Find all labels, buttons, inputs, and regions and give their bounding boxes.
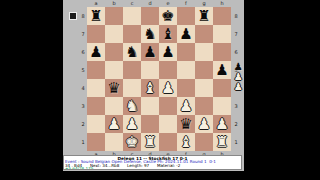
square-e8[interactable]: ♚ xyxy=(159,7,177,25)
square-h2[interactable]: ♟ xyxy=(213,115,231,133)
piece-white-pawn[interactable]: ♟ xyxy=(179,97,192,115)
file-label: a xyxy=(87,0,105,7)
square-b2[interactable]: ♟ xyxy=(105,115,123,133)
square-d8[interactable] xyxy=(141,7,159,25)
square-d1[interactable]: ♜ xyxy=(141,133,159,151)
rank-label: 3 xyxy=(232,97,240,115)
piece-white-king[interactable]: ♚ xyxy=(125,133,138,151)
square-e1[interactable] xyxy=(159,133,177,151)
square-a2[interactable] xyxy=(87,115,105,133)
square-b1[interactable] xyxy=(105,133,123,151)
square-a8[interactable]: ♜ xyxy=(87,7,105,25)
file-label: h xyxy=(213,0,231,7)
piece-black-pawn[interactable]: ♟ xyxy=(161,43,174,61)
square-c2[interactable]: ♟ xyxy=(123,115,141,133)
rank-label: 6 xyxy=(232,43,240,61)
piece-black-knight[interactable]: ♞ xyxy=(143,25,156,43)
chess-board: ♜♚♜♞♝♟♟♞♟♟♟♛♝♟♞♟♟♟♛♟♟♚♜♝♜ xyxy=(87,7,231,151)
piece-black-bishop[interactable]: ♝ xyxy=(161,25,174,43)
captured-pieces-tray: ♟♟♟ xyxy=(233,62,244,92)
square-g1[interactable] xyxy=(195,133,213,151)
square-b3[interactable] xyxy=(105,97,123,115)
square-f8[interactable] xyxy=(177,7,195,25)
square-c3[interactable]: ♞ xyxy=(123,97,141,115)
rank-label: 1 xyxy=(79,133,87,151)
piece-black-rook[interactable]: ♜ xyxy=(89,7,102,25)
square-h4[interactable] xyxy=(213,79,231,97)
square-g8[interactable]: ♜ xyxy=(195,7,213,25)
square-d7[interactable]: ♞ xyxy=(141,25,159,43)
piece-white-pawn[interactable]: ♟ xyxy=(107,115,120,133)
square-b8[interactable] xyxy=(105,7,123,25)
piece-white-bishop[interactable]: ♝ xyxy=(179,133,192,151)
square-g3[interactable] xyxy=(195,97,213,115)
rank-label: 1 xyxy=(232,133,240,151)
square-c5[interactable] xyxy=(123,61,141,79)
piece-white-rook[interactable]: ♜ xyxy=(215,133,228,151)
square-h8[interactable] xyxy=(213,7,231,25)
square-g6[interactable] xyxy=(195,43,213,61)
rank-label: 5 xyxy=(79,61,87,79)
caption-box: Deleon 11 -- Stockfish 17 0-1 Event : So… xyxy=(63,155,242,170)
rank-label: 6 xyxy=(79,43,87,61)
square-b5[interactable] xyxy=(105,61,123,79)
square-c4[interactable] xyxy=(123,79,141,97)
rank-labels-left: 87654321 xyxy=(79,7,87,151)
file-label: b xyxy=(105,0,123,7)
square-a1[interactable] xyxy=(87,133,105,151)
square-d2[interactable] xyxy=(141,115,159,133)
piece-black-pawn[interactable]: ♟ xyxy=(179,25,192,43)
rank-label: 4 xyxy=(79,79,87,97)
app-background: abcdefgh abcdefgh 87654321 87654321 ♜♚♜♞… xyxy=(63,0,244,171)
square-g4[interactable] xyxy=(195,79,213,97)
square-b4[interactable]: ♛ xyxy=(105,79,123,97)
piece-black-pawn[interactable]: ♟ xyxy=(89,43,102,61)
square-c6[interactable]: ♞ xyxy=(123,43,141,61)
square-f1[interactable]: ♝ xyxy=(177,133,195,151)
square-g5[interactable] xyxy=(195,61,213,79)
square-e4[interactable]: ♟ xyxy=(159,79,177,97)
piece-black-queen[interactable]: ♛ xyxy=(179,115,192,133)
piece-black-king[interactable]: ♚ xyxy=(161,7,174,25)
rank-label: 8 xyxy=(79,7,87,25)
square-f6[interactable] xyxy=(177,43,195,61)
file-label: c xyxy=(123,0,141,7)
square-e5[interactable] xyxy=(159,61,177,79)
square-a4[interactable] xyxy=(87,79,105,97)
rank-label: 2 xyxy=(232,115,240,133)
square-b6[interactable] xyxy=(105,43,123,61)
square-h6[interactable] xyxy=(213,43,231,61)
letterbox-right xyxy=(244,0,320,180)
square-f3[interactable]: ♟ xyxy=(177,97,195,115)
square-h7[interactable] xyxy=(213,25,231,43)
piece-black-queen[interactable]: ♛ xyxy=(107,79,120,97)
file-label: g xyxy=(195,0,213,7)
letterbox-bottom xyxy=(0,171,320,180)
file-labels-top: abcdefgh xyxy=(87,0,231,7)
piece-white-bishop[interactable]: ♝ xyxy=(143,79,156,97)
square-h1[interactable]: ♜ xyxy=(213,133,231,151)
square-g2[interactable]: ♟ xyxy=(195,115,213,133)
square-a6[interactable]: ♟ xyxy=(87,43,105,61)
piece-black-pawn[interactable]: ♟ xyxy=(215,61,228,79)
square-d4[interactable]: ♝ xyxy=(141,79,159,97)
piece-black-rook[interactable]: ♜ xyxy=(197,7,210,25)
piece-white-pawn[interactable]: ♟ xyxy=(125,115,138,133)
rank-label: 7 xyxy=(79,25,87,43)
letterbox-left xyxy=(0,0,63,180)
square-c8[interactable] xyxy=(123,7,141,25)
piece-white-pawn[interactable]: ♟ xyxy=(215,115,228,133)
side-to-move-indicator xyxy=(69,12,77,20)
square-h5[interactable]: ♟ xyxy=(213,61,231,79)
rank-label: 7 xyxy=(232,25,240,43)
square-a7[interactable] xyxy=(87,25,105,43)
square-a3[interactable] xyxy=(87,97,105,115)
square-e6[interactable]: ♟ xyxy=(159,43,177,61)
piece-black-pawn[interactable]: ♟ xyxy=(143,43,156,61)
file-label: f xyxy=(177,0,195,7)
square-a5[interactable] xyxy=(87,61,105,79)
square-e7[interactable]: ♝ xyxy=(159,25,177,43)
captured-white-pawn: ♟ xyxy=(234,82,243,92)
square-d6[interactable]: ♟ xyxy=(141,43,159,61)
square-e2[interactable] xyxy=(159,115,177,133)
square-f5[interactable] xyxy=(177,61,195,79)
square-f2[interactable]: ♛ xyxy=(177,115,195,133)
square-b7[interactable] xyxy=(105,25,123,43)
square-c7[interactable] xyxy=(123,25,141,43)
piece-white-pawn[interactable]: ♟ xyxy=(197,115,210,133)
rank-label: 2 xyxy=(79,115,87,133)
square-g7[interactable] xyxy=(195,25,213,43)
square-c1[interactable]: ♚ xyxy=(123,133,141,151)
square-h3[interactable] xyxy=(213,97,231,115)
video-frame: abcdefgh abcdefgh 87654321 87654321 ♜♚♜♞… xyxy=(0,0,320,180)
rank-label: 3 xyxy=(79,97,87,115)
square-e3[interactable] xyxy=(159,97,177,115)
piece-black-knight[interactable]: ♞ xyxy=(125,43,138,61)
piece-white-pawn[interactable]: ♟ xyxy=(161,79,174,97)
rank-label: 8 xyxy=(232,7,240,25)
square-d3[interactable] xyxy=(141,97,159,115)
file-label: e xyxy=(159,0,177,7)
piece-white-knight[interactable]: ♞ xyxy=(125,97,138,115)
square-f4[interactable] xyxy=(177,79,195,97)
file-label: d xyxy=(141,0,159,7)
piece-white-rook[interactable]: ♜ xyxy=(143,133,156,151)
square-f7[interactable]: ♟ xyxy=(177,25,195,43)
square-d5[interactable] xyxy=(141,61,159,79)
